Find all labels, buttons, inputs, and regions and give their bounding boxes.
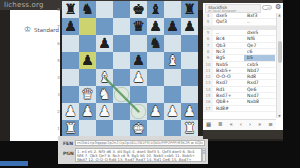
rank-label-5: 5 xyxy=(56,58,61,63)
move-number: 8 xyxy=(203,49,213,54)
analysis-toolbar: ▦≣«‹›»≡ xyxy=(203,119,276,131)
square-a5[interactable] xyxy=(62,52,79,69)
square-f1[interactable] xyxy=(147,120,164,137)
square-b2[interactable]: ♟ xyxy=(79,103,96,120)
move-list-scrollbar[interactable]: ▲ ▼ xyxy=(276,13,281,118)
white-pawn-a2[interactable]: ♟ xyxy=(62,103,79,120)
square-f6[interactable]: ♞ xyxy=(147,35,164,52)
white-rook-h1[interactable]: ♜ xyxy=(181,120,198,137)
pgn-textarea[interactable]: 1. e4 e5 2. Nf3 d6 3. d4 Bg4 4. dxe5 Bxf… xyxy=(75,148,202,162)
square-f7[interactable]: ♟ xyxy=(147,18,164,35)
rank-label-4: 4 xyxy=(56,75,61,80)
square-g1[interactable] xyxy=(164,120,181,137)
square-d4[interactable] xyxy=(113,69,130,86)
move-list[interactable]: 4dxe5Bxf35Qxf3..…5..dxe56Bc4Nf67Qb3Qe78N… xyxy=(203,13,276,118)
black-move[interactable]: Qe7 xyxy=(244,43,275,48)
square-e3[interactable] xyxy=(130,86,147,103)
flip-board-icon[interactable]: ▦ xyxy=(206,119,211,130)
square-h6[interactable] xyxy=(181,35,198,52)
black-queen-e7[interactable]: ♛ xyxy=(130,18,147,35)
white-pawn-h2[interactable]: ♟ xyxy=(181,103,198,120)
square-g3[interactable] xyxy=(164,86,181,103)
square-f4[interactable] xyxy=(147,69,164,86)
rank-label-8: 8 xyxy=(56,7,61,12)
square-h3[interactable] xyxy=(181,86,198,103)
black-move[interactable]: Rd8 xyxy=(244,74,275,79)
right-panel-footer-strip xyxy=(203,130,283,139)
square-e2[interactable] xyxy=(130,103,147,120)
white-move[interactable]: dxe5 xyxy=(213,13,244,18)
fen-label: FEN xyxy=(63,141,73,146)
square-f8[interactable]: ♝ xyxy=(147,1,164,18)
square-e1[interactable]: ♚ xyxy=(130,120,147,137)
square-d1[interactable] xyxy=(113,120,130,137)
square-g4[interactable] xyxy=(164,69,181,86)
move-number: 5 xyxy=(203,30,213,35)
move-number: 7 xyxy=(203,43,213,48)
chess-board[interactable]: ♜♞♚♝♜♟♛♟♟♟♟♞♟♟♝♝♟♛♞♟♟♟♟♟♟♜♚♜ xyxy=(62,1,198,137)
square-c2[interactable]: ♟ xyxy=(96,103,113,120)
black-move[interactable]: b5 xyxy=(244,55,275,60)
move-number: 15 xyxy=(203,93,213,98)
scroll-down-icon[interactable]: ▼ xyxy=(277,114,282,118)
left-sidebar: ♔ Standard + xyxy=(10,10,60,141)
move-number: 5 xyxy=(203,19,213,24)
square-a1[interactable]: ♜ xyxy=(62,120,79,137)
move-number: 11 xyxy=(203,68,213,73)
white-queen-b3[interactable]: ♛ xyxy=(79,86,96,103)
white-move[interactable]: O-O-O xyxy=(213,74,244,79)
black-move[interactable]: Nf6 xyxy=(244,36,275,41)
square-a2[interactable]: ♟ xyxy=(62,103,79,120)
black-move[interactable]: Nxb8 xyxy=(244,99,275,104)
square-f3[interactable] xyxy=(147,86,164,103)
square-d5[interactable] xyxy=(113,52,130,69)
square-a8[interactable]: ♜ xyxy=(62,1,79,18)
square-b1[interactable] xyxy=(79,120,96,137)
white-move[interactable]: Bg5 xyxy=(213,55,244,60)
square-f2[interactable]: ♟ xyxy=(147,103,164,120)
black-move[interactable]: cxb5 xyxy=(244,62,275,67)
black-move[interactable]: c6 xyxy=(244,49,275,54)
black-knight-b8[interactable]: ♞ xyxy=(79,1,96,18)
square-b6[interactable] xyxy=(79,35,96,52)
square-e5[interactable]: ♟ xyxy=(130,52,147,69)
square-g8[interactable] xyxy=(164,1,181,18)
pgn-scrollbar[interactable]: ▲▼ xyxy=(202,148,206,162)
nav-next-icon[interactable]: › xyxy=(249,119,251,130)
white-move[interactable]: Bxb5+ xyxy=(213,68,244,73)
square-f5[interactable] xyxy=(147,52,164,69)
square-e6[interactable] xyxy=(130,35,147,52)
black-rook-a8[interactable]: ♜ xyxy=(62,1,79,18)
black-pawn-b5[interactable]: ♟ xyxy=(79,52,96,69)
white-pawn-c2[interactable]: ♟ xyxy=(96,103,113,120)
analysis-menu-icon[interactable]: ≣ xyxy=(218,119,223,130)
square-c6[interactable]: ♟ xyxy=(96,35,113,52)
black-pawn-f7[interactable]: ♟ xyxy=(147,18,164,35)
square-g2[interactable]: ♟ xyxy=(164,103,181,120)
black-bishop-f8[interactable]: ♝ xyxy=(147,1,164,18)
square-g7[interactable]: ♟ xyxy=(164,18,181,35)
square-c1[interactable] xyxy=(96,120,113,137)
square-g6[interactable] xyxy=(164,35,181,52)
white-pawn-b2[interactable]: ♟ xyxy=(79,103,96,120)
black-king-e8[interactable]: ♚ xyxy=(130,1,147,18)
black-move[interactable]: .. xyxy=(244,19,275,24)
square-c5[interactable] xyxy=(96,52,113,69)
square-g5[interactable]: ♝ xyxy=(164,52,181,69)
scroll-thumb[interactable] xyxy=(278,41,282,63)
black-pawn-a7[interactable]: ♟ xyxy=(62,18,79,35)
square-h5[interactable] xyxy=(181,52,198,69)
black-move[interactable]: Rxd7 xyxy=(244,80,275,85)
white-king-e1[interactable]: ♚ xyxy=(130,120,147,137)
white-move[interactable]: Nc3 xyxy=(213,49,244,54)
black-rook-h8[interactable]: ♜ xyxy=(181,1,198,18)
square-c3[interactable]: ♞ xyxy=(96,86,113,103)
black-knight-f6[interactable]: ♞ xyxy=(147,35,164,52)
move-number: 9 xyxy=(203,55,213,60)
square-a4[interactable] xyxy=(62,69,79,86)
gear-icon[interactable]: ⚙ xyxy=(275,3,281,11)
white-move[interactable]: Nxb5 xyxy=(213,62,244,67)
rank-label-3: 3 xyxy=(56,92,61,97)
move-number: 4 xyxy=(203,13,213,18)
menu-icon[interactable]: ≡ xyxy=(268,119,273,130)
white-move[interactable]: Rd1 xyxy=(213,87,244,92)
move-number: 13 xyxy=(203,80,213,85)
nav-first-icon[interactable]: « xyxy=(230,119,233,130)
white-knight-c3[interactable]: ♞ xyxy=(96,86,113,103)
black-move[interactable]: Qe6 xyxy=(244,87,275,92)
square-a3[interactable] xyxy=(62,86,79,103)
engine-eval-box: Stockfish in local browser xyxy=(205,4,261,13)
crown-icon: ♔ xyxy=(24,25,31,35)
nav-last-icon[interactable]: » xyxy=(258,119,261,130)
square-e4[interactable]: ♟ xyxy=(130,69,147,86)
square-h7[interactable]: ♟ xyxy=(181,18,198,35)
rank-label-6: 6 xyxy=(56,41,61,46)
white-move[interactable]: Qb8+ xyxy=(213,99,244,104)
site-logo[interactable]: lichess.org xyxy=(4,1,44,9)
scroll-up-icon[interactable]: ▲ xyxy=(277,13,282,17)
white-move[interactable]: Bc4 xyxy=(213,36,244,41)
square-b4[interactable] xyxy=(79,69,96,86)
square-b5[interactable]: ♟ xyxy=(79,52,96,69)
white-move[interactable]: Bxd7+ xyxy=(213,93,244,98)
square-d7[interactable] xyxy=(113,18,130,35)
square-c7[interactable] xyxy=(96,18,113,35)
black-move[interactable]: Nbd7 xyxy=(244,68,275,73)
black-move[interactable]: dxe5 xyxy=(244,30,275,35)
move-number: 10 xyxy=(203,62,213,67)
black-pawn-e5[interactable]: ♟ xyxy=(130,52,147,69)
square-d3[interactable] xyxy=(113,86,130,103)
square-h1[interactable]: ♜ xyxy=(181,120,198,137)
white-move[interactable]: Rxd7 xyxy=(213,80,244,85)
black-move[interactable] xyxy=(244,106,275,111)
rank-label-1: 1 xyxy=(56,126,61,131)
white-bishop-c4[interactable]: ♝ xyxy=(96,69,113,86)
move-number: 6 xyxy=(203,36,213,41)
move-number: 17 xyxy=(203,106,213,111)
square-a7[interactable]: ♟ xyxy=(62,18,79,35)
square-h2[interactable]: ♟ xyxy=(181,103,198,120)
white-pawn-g2[interactable]: ♟ xyxy=(164,103,181,120)
fen-input[interactable] xyxy=(75,140,205,146)
white-move[interactable]: .. xyxy=(213,30,244,35)
engine-toggle[interactable] xyxy=(262,5,272,10)
bottom-blue-bar xyxy=(0,161,28,166)
square-h4[interactable] xyxy=(181,69,198,86)
lichess-analysis-page: lichess.org ♔ Standard + ♜♞♚♝♜♟♛♟♟♟♟♞♟♟♝… xyxy=(0,0,300,168)
square-d6[interactable] xyxy=(113,35,130,52)
white-rook-a1[interactable]: ♜ xyxy=(62,120,79,137)
black-move[interactable]: Bxf3 xyxy=(244,13,275,18)
square-b8[interactable]: ♞ xyxy=(79,1,96,18)
white-pawn-f2[interactable]: ♟ xyxy=(147,103,164,120)
black-move[interactable]: Nxd7 xyxy=(244,93,275,98)
rank-label-2: 2 xyxy=(56,109,61,114)
move-number: 12 xyxy=(203,74,213,79)
black-pawn-g7[interactable]: ♟ xyxy=(164,18,181,35)
square-b7[interactable] xyxy=(79,18,96,35)
nav-prev-icon[interactable]: ‹ xyxy=(240,119,242,130)
white-bishop-g5[interactable]: ♝ xyxy=(164,52,181,69)
rank-label-7: 7 xyxy=(56,24,61,29)
square-c4[interactable]: ♝ xyxy=(96,69,113,86)
move-number: 14 xyxy=(203,87,213,92)
black-pawn-c6[interactable]: ♟ xyxy=(96,35,113,52)
black-pawn-h7[interactable]: ♟ xyxy=(181,18,198,35)
square-c8[interactable] xyxy=(96,1,113,18)
move-row-17: 17Rd8# xyxy=(203,106,276,112)
square-h8[interactable]: ♜ xyxy=(181,1,198,18)
square-e7[interactable]: ♛ xyxy=(130,18,147,35)
square-e8[interactable]: ♚ xyxy=(130,1,147,18)
pgn-label: PGN xyxy=(63,151,74,156)
square-a6[interactable] xyxy=(62,35,79,52)
square-d2[interactable] xyxy=(113,103,130,120)
square-d8[interactable] xyxy=(113,1,130,18)
move-number: 16 xyxy=(203,99,213,104)
white-move[interactable]: Qb3 xyxy=(213,43,244,48)
white-move[interactable]: Qxf3 xyxy=(213,19,244,24)
square-b3[interactable]: ♛ xyxy=(79,86,96,103)
white-pawn-e4[interactable]: ♟ xyxy=(130,69,147,86)
white-move[interactable]: Rd8# xyxy=(213,106,244,111)
